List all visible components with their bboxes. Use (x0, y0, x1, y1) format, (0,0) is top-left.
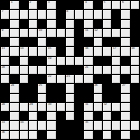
grid-cell-block (131, 20, 139, 28)
grid-cell-block (66, 1, 74, 9)
grid-cell-open[interactable] (10, 20, 18, 28)
grid-cell-open[interactable] (10, 29, 18, 37)
grid-cell-block (1, 1, 9, 9)
clue-number: 7 (2, 10, 4, 13)
clue-number: 16 (85, 47, 88, 50)
grid-cell-block (38, 131, 46, 139)
grid-cell-open[interactable] (10, 131, 18, 139)
grid-cell-open[interactable] (38, 38, 46, 46)
grid-cell-open[interactable]: 28 (1, 103, 9, 111)
grid-cell-block (112, 112, 120, 120)
clue-number: 35 (85, 121, 88, 124)
grid-cell-block (57, 112, 65, 120)
grid-cell-open[interactable] (38, 47, 46, 55)
grid-cell-block (103, 57, 111, 65)
grid-cell-open[interactable]: 21 (84, 66, 92, 74)
grid-cell-open[interactable] (66, 47, 74, 55)
clue-number: 15 (48, 47, 51, 50)
grid-cell-block (66, 121, 74, 129)
grid-cell-open[interactable] (66, 20, 74, 28)
grid-cell-block (75, 131, 83, 139)
grid-cell-block (38, 75, 46, 83)
grid-cell-block (131, 38, 139, 46)
grid-cell-open[interactable] (94, 94, 102, 102)
grid-cell-open[interactable]: 19 (47, 57, 55, 65)
grid-cell-open[interactable]: 2 (29, 1, 37, 9)
grid-cell-open[interactable] (29, 29, 37, 37)
grid-cell-open[interactable] (38, 10, 46, 18)
grid-cell-block (94, 131, 102, 139)
grid-cell-open[interactable] (84, 20, 92, 28)
grid-cell-open[interactable] (121, 94, 129, 102)
grid-cell-block (94, 57, 102, 65)
grid-cell-block (103, 75, 111, 83)
grid-cell-open[interactable]: 29 (29, 103, 37, 111)
grid-cell-open[interactable] (1, 57, 9, 65)
grid-cell-open[interactable] (131, 1, 139, 9)
grid-cell-block (103, 38, 111, 46)
grid-cell-open[interactable]: 33 (1, 121, 9, 129)
grid-cell-open[interactable] (20, 131, 28, 139)
clue-number: 18 (131, 47, 134, 50)
grid-cell-block (1, 38, 9, 46)
grid-cell-block (84, 94, 92, 102)
grid-cell-open[interactable] (121, 38, 129, 46)
grid-cell-block (1, 84, 9, 92)
grid-cell-block (20, 1, 28, 9)
grid-cell-open[interactable] (10, 47, 18, 55)
grid-cell-open[interactable]: 32 (103, 103, 111, 111)
grid-cell-open[interactable]: 18 (131, 47, 139, 55)
grid-cell-open[interactable]: 10 (38, 29, 46, 37)
grid-cell-block (103, 84, 111, 92)
grid-cell-open[interactable] (66, 84, 74, 92)
grid-cell-open[interactable] (94, 10, 102, 18)
grid-cell-open[interactable]: 12 (94, 29, 102, 37)
grid-cell-open[interactable] (20, 66, 28, 74)
grid-cell-open[interactable] (57, 57, 65, 65)
grid-cell-open[interactable] (66, 38, 74, 46)
grid-cell-block (29, 38, 37, 46)
grid-cell-open[interactable] (20, 57, 28, 65)
grid-cell-open[interactable] (121, 121, 129, 129)
grid-cell-open[interactable]: 5 (103, 1, 111, 9)
grid-cell-open[interactable] (121, 112, 129, 120)
grid-cell-block (94, 75, 102, 83)
grid-cell-block (57, 121, 65, 129)
grid-cell-open[interactable] (57, 75, 65, 83)
grid-cell-open[interactable] (20, 10, 28, 18)
grid-cell-block (112, 10, 120, 18)
grid-cell-block (112, 131, 120, 139)
grid-cell-block (75, 38, 83, 46)
grid-cell-block (94, 20, 102, 28)
grid-cell-block (75, 29, 83, 37)
grid-cell-open[interactable] (112, 75, 120, 83)
grid-cell-block (131, 112, 139, 120)
grid-cell-open[interactable]: 1 (10, 1, 18, 9)
grid-cell-open[interactable]: 35 (84, 121, 92, 129)
grid-cell-block (29, 57, 37, 65)
grid-cell-open[interactable]: 24 (10, 84, 18, 92)
grid-cell-open[interactable]: 31 (84, 103, 92, 111)
grid-cell-open[interactable] (29, 121, 37, 129)
grid-cell-open[interactable] (131, 75, 139, 83)
grid-cell-block (94, 112, 102, 120)
grid-cell-open[interactable] (103, 10, 111, 18)
grid-cell-open[interactable] (38, 103, 46, 111)
grid-cell-block (20, 84, 28, 92)
grid-cell-open[interactable] (66, 94, 74, 102)
grid-cell-open[interactable] (29, 20, 37, 28)
grid-cell-open[interactable] (10, 112, 18, 120)
grid-cell-block (66, 131, 74, 139)
grid-cell-block (84, 38, 92, 46)
grid-cell-open[interactable]: 3 (47, 1, 55, 9)
clue-number: 6 (122, 1, 124, 4)
grid-cell-open[interactable] (131, 121, 139, 129)
grid-cell-open[interactable] (121, 131, 129, 139)
grid-cell-open[interactable]: 11 (84, 29, 92, 37)
grid-cell-open[interactable] (131, 66, 139, 74)
grid-cell-open[interactable]: 22 (47, 75, 55, 83)
grid-cell-open[interactable] (47, 112, 55, 120)
grid-cell-open[interactable] (112, 66, 120, 74)
grid-cell-open[interactable] (20, 103, 28, 111)
grid-cell-block (38, 112, 46, 120)
clue-number: 22 (48, 75, 51, 78)
grid-cell-open[interactable]: 6 (121, 1, 129, 9)
grid-cell-block (131, 94, 139, 102)
grid-cell-block (112, 38, 120, 46)
grid-cell-block (29, 75, 37, 83)
grid-cell-block (75, 94, 83, 102)
grid-cell-open[interactable] (29, 66, 37, 74)
grid-cell-open[interactable] (121, 20, 129, 28)
grid-cell-block (57, 66, 65, 74)
grid-cell-open[interactable] (112, 57, 120, 65)
grid-cell-open[interactable] (66, 112, 74, 120)
grid-cell-open[interactable]: 9 (1, 29, 9, 37)
grid-cell-open[interactable] (66, 103, 74, 111)
grid-cell-block (112, 84, 120, 92)
grid-cell-open[interactable] (20, 75, 28, 83)
grid-cell-open[interactable] (84, 112, 92, 120)
grid-cell-block (1, 112, 9, 120)
grid-cell-open[interactable] (112, 103, 120, 111)
grid-cell-block (57, 20, 65, 28)
grid-cell-open[interactable] (47, 121, 55, 129)
grid-cell-open[interactable] (103, 20, 111, 28)
grid-cell-open[interactable] (121, 47, 129, 55)
grid-cell-open[interactable] (84, 75, 92, 83)
clue-number: 25 (39, 84, 42, 87)
grid-cell-open[interactable] (94, 121, 102, 129)
grid-cell-block (112, 94, 120, 102)
grid-cell-block (47, 94, 55, 102)
grid-cell-open[interactable]: 26 (94, 84, 102, 92)
grid-cell-open[interactable] (121, 10, 129, 18)
grid-cell-open[interactable] (29, 131, 37, 139)
clue-number: 20 (2, 66, 5, 69)
grid-cell-block (131, 103, 139, 111)
grid-cell-block (57, 47, 65, 55)
grid-cell-open[interactable]: 34 (20, 121, 28, 129)
clue-number: 1 (11, 1, 13, 4)
grid-cell-open[interactable] (94, 47, 102, 55)
grid-cell-open[interactable] (38, 121, 46, 129)
grid-cell-open[interactable] (29, 10, 37, 18)
grid-cell-block (75, 1, 83, 9)
grid-cell-block (75, 47, 83, 55)
grid-cell-open[interactable]: 16 (84, 47, 92, 55)
grid-cell-open[interactable] (121, 66, 129, 74)
grid-cell-open[interactable] (10, 103, 18, 111)
clue-number: 11 (85, 29, 88, 32)
grid-cell-block (131, 84, 139, 92)
grid-cell-block (20, 20, 28, 28)
grid-cell-open[interactable] (94, 103, 102, 111)
grid-cell-open[interactable] (112, 1, 120, 9)
grid-cell-open[interactable]: 36 (1, 131, 9, 139)
grid-cell-block (94, 1, 102, 9)
grid-cell-open[interactable] (103, 29, 111, 37)
grid-cell-open[interactable] (103, 47, 111, 55)
grid-cell-block (20, 94, 28, 102)
grid-cell-open[interactable] (84, 131, 92, 139)
grid-cell-open[interactable] (10, 94, 18, 102)
grid-cell-block (20, 38, 28, 46)
clue-number: 17 (113, 47, 116, 50)
grid-cell-open[interactable] (47, 10, 55, 18)
grid-cell-open[interactable] (10, 38, 18, 46)
grid-cell-open[interactable]: 15 (47, 47, 55, 55)
grid-cell-block (131, 131, 139, 139)
grid-cell-block (38, 20, 46, 28)
clue-number: 26 (94, 84, 97, 87)
grid-cell-open[interactable] (66, 29, 74, 37)
grid-cell-open[interactable] (94, 38, 102, 46)
grid-cell-block (57, 131, 65, 139)
grid-cell-open[interactable] (131, 57, 139, 65)
grid-cell-block (57, 1, 65, 9)
grid-cell-open[interactable] (47, 131, 55, 139)
grid-cell-open[interactable]: 25 (38, 84, 46, 92)
grid-cell-block (10, 75, 18, 83)
grid-cell-block (121, 75, 129, 83)
clue-number: 19 (48, 57, 51, 60)
grid-cell-open[interactable]: 30 (47, 103, 55, 111)
grid-cell-block (131, 29, 139, 37)
grid-cell-open[interactable] (47, 66, 55, 74)
clue-number: 34 (20, 121, 23, 124)
grid-cell-open[interactable] (121, 103, 129, 111)
clue-number: 9 (2, 29, 4, 32)
grid-cell-open[interactable]: 8 (66, 10, 74, 18)
clue-number: 33 (2, 121, 5, 124)
clue-number: 3 (48, 1, 50, 4)
grid-cell-open[interactable] (103, 131, 111, 139)
grid-cell-open[interactable]: 14 (20, 47, 28, 55)
grid-cell-block (1, 94, 9, 102)
grid-cell-block (66, 66, 74, 74)
clue-number: 32 (103, 103, 106, 106)
grid-cell-open[interactable] (47, 29, 55, 37)
grid-cell-open[interactable] (75, 10, 83, 18)
grid-cell-open[interactable] (47, 20, 55, 28)
clue-number: 13 (2, 47, 5, 50)
grid-cell-block (75, 66, 83, 74)
clue-number: 28 (2, 103, 5, 106)
grid-cell-block (112, 20, 120, 28)
grid-cell-open[interactable]: 23 (66, 75, 74, 83)
grid-cell-open[interactable] (121, 29, 129, 37)
grid-cell-block (121, 57, 129, 65)
grid-cell-block (20, 112, 28, 120)
grid-cell-block (103, 94, 111, 102)
grid-cell-open[interactable] (57, 103, 65, 111)
grid-cell-open[interactable]: 7 (1, 10, 9, 18)
grid-cell-block (75, 121, 83, 129)
grid-cell-open[interactable] (75, 57, 83, 65)
grid-cell-open[interactable] (10, 10, 18, 18)
grid-cell-block (75, 20, 83, 28)
grid-cell-block (57, 94, 65, 102)
clue-number: 29 (29, 103, 32, 106)
clue-number: 5 (103, 1, 105, 4)
grid-cell-open[interactable] (1, 75, 9, 83)
clue-number: 14 (20, 47, 23, 50)
grid-cell-block (47, 84, 55, 92)
grid-cell-open[interactable] (112, 29, 120, 37)
grid-cell-open[interactable] (84, 10, 92, 18)
clue-number: 2 (29, 1, 31, 4)
grid-cell-open[interactable] (29, 47, 37, 55)
grid-cell-open[interactable] (20, 29, 28, 37)
clue-number: 30 (48, 103, 51, 106)
grid-cell-block (38, 1, 46, 9)
grid-cell-block (75, 103, 83, 111)
grid-cell-open[interactable] (75, 75, 83, 83)
clue-number: 4 (85, 1, 87, 4)
clue-number: 24 (11, 84, 14, 87)
grid-cell-block (47, 38, 55, 46)
grid-cell-open[interactable] (57, 29, 65, 37)
grid-cell-block (57, 10, 65, 18)
grid-cell-open[interactable] (29, 112, 37, 120)
clue-number: 21 (85, 66, 88, 69)
clue-number: 12 (94, 29, 97, 32)
grid-cell-open[interactable] (38, 66, 46, 74)
grid-cell-block (29, 84, 37, 92)
grid-cell-open[interactable]: 27 (121, 84, 129, 92)
grid-cell-open[interactable] (38, 94, 46, 102)
grid-cell-open[interactable]: 13 (1, 47, 9, 55)
clue-number: 10 (39, 29, 42, 32)
grid-cell-open[interactable] (94, 66, 102, 74)
clue-number: 8 (66, 10, 68, 13)
grid-cell-block (75, 84, 83, 92)
clue-number: 23 (66, 75, 69, 78)
grid-cell-open[interactable] (10, 121, 18, 129)
grid-cell-block (38, 57, 46, 65)
grid-cell-open[interactable] (10, 66, 18, 74)
clue-number: 36 (2, 131, 5, 134)
grid-cell-open[interactable] (66, 57, 74, 65)
grid-cell-block (84, 84, 92, 92)
grid-cell-open[interactable] (103, 112, 111, 120)
grid-cell-block (29, 94, 37, 102)
grid-cell-block (10, 57, 18, 65)
clue-number: 27 (122, 84, 125, 87)
grid-cell-open[interactable]: 4 (84, 1, 92, 9)
grid-cell-block (1, 20, 9, 28)
grid-cell-block (131, 10, 139, 18)
grid-cell-open[interactable]: 17 (112, 47, 120, 55)
crossword-grid: 1234567891011121314151617181920212223242… (0, 0, 140, 140)
grid-cell-open[interactable] (103, 121, 111, 129)
grid-cell-open[interactable] (84, 57, 92, 65)
grid-cell-open[interactable] (112, 121, 120, 129)
grid-cell-open[interactable]: 20 (1, 66, 9, 74)
grid-cell-block (57, 84, 65, 92)
grid-cell-block (75, 112, 83, 120)
grid-cell-block (57, 38, 65, 46)
clue-number: 31 (85, 103, 88, 106)
grid-cell-open[interactable] (103, 66, 111, 74)
